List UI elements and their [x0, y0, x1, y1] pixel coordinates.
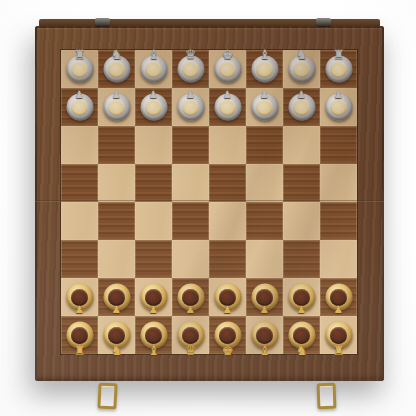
bishop-icon: ♝ [148, 344, 160, 357]
piece-black-bishop[interactable]: ♝ [140, 56, 167, 83]
black-piece-disc [256, 61, 273, 78]
square-h4[interactable] [320, 202, 357, 240]
square-h8[interactable]: ♜ [320, 50, 357, 88]
rook-icon: ♜ [74, 344, 86, 357]
square-c5[interactable] [135, 164, 172, 202]
square-a1[interactable]: ♜ [61, 316, 98, 354]
piece-white-pawn[interactable]: ♟ [177, 284, 204, 311]
square-a4[interactable] [61, 202, 98, 240]
pawn-icon: ♟ [297, 90, 306, 100]
pawn-icon: ♟ [334, 305, 343, 315]
piece-white-pawn[interactable]: ♟ [66, 284, 93, 311]
piece-white-pawn[interactable]: ♟ [140, 284, 167, 311]
square-e5[interactable] [209, 164, 246, 202]
knight-icon: ♞ [296, 48, 308, 61]
square-b8[interactable]: ♞ [98, 50, 135, 88]
square-b3[interactable] [98, 240, 135, 278]
square-b4[interactable] [98, 202, 135, 240]
piece-white-bishop[interactable]: ♝ [140, 322, 167, 349]
square-h1[interactable]: ♜ [320, 316, 357, 354]
pawn-icon: ♟ [75, 90, 84, 100]
square-d1[interactable]: ♛ [172, 316, 209, 354]
piece-black-queen[interactable]: ♛ [177, 56, 204, 83]
black-piece-disc [71, 99, 88, 116]
square-h3[interactable] [320, 240, 357, 278]
knight-icon: ♞ [296, 344, 308, 357]
black-piece-disc [182, 61, 199, 78]
square-f6[interactable] [246, 126, 283, 164]
square-h2[interactable]: ♟ [320, 278, 357, 316]
square-a6[interactable] [61, 126, 98, 164]
bishop-icon: ♝ [148, 48, 160, 61]
bishop-icon: ♝ [259, 48, 271, 61]
pawn-icon: ♟ [112, 90, 121, 100]
square-f5[interactable] [246, 164, 283, 202]
knight-icon: ♞ [111, 48, 123, 61]
piece-black-rook[interactable]: ♜ [325, 56, 352, 83]
square-f8[interactable]: ♝ [246, 50, 283, 88]
square-a8[interactable]: ♜ [61, 50, 98, 88]
black-piece-disc [108, 61, 125, 78]
pawn-icon: ♟ [186, 90, 195, 100]
square-d8[interactable]: ♛ [172, 50, 209, 88]
piece-black-knight[interactable]: ♞ [103, 56, 130, 83]
pawn-icon: ♟ [223, 90, 232, 100]
queen-icon: ♛ [185, 48, 197, 61]
pawn-icon: ♟ [186, 305, 195, 315]
bishop-icon: ♝ [259, 344, 271, 357]
square-f7[interactable]: ♟ [246, 88, 283, 126]
square-g1[interactable]: ♞ [283, 316, 320, 354]
white-piece-disc [182, 327, 199, 344]
black-piece-disc [108, 99, 125, 116]
black-piece-disc [330, 61, 347, 78]
pawn-icon: ♟ [112, 305, 121, 315]
square-b1[interactable]: ♞ [98, 316, 135, 354]
square-b5[interactable] [98, 164, 135, 202]
piece-white-pawn[interactable]: ♟ [251, 284, 278, 311]
square-a7[interactable]: ♟ [61, 88, 98, 126]
square-e4[interactable] [209, 202, 246, 240]
square-h5[interactable] [320, 164, 357, 202]
pawn-icon: ♟ [297, 305, 306, 315]
piece-black-pawn[interactable]: ♟ [214, 94, 241, 121]
square-e1[interactable]: ♚ [209, 316, 246, 354]
piece-white-king[interactable]: ♚ [214, 322, 241, 349]
square-g5[interactable] [283, 164, 320, 202]
knight-icon: ♞ [111, 344, 123, 357]
black-piece-disc [71, 61, 88, 78]
square-c6[interactable] [135, 126, 172, 164]
piece-white-rook[interactable]: ♜ [325, 322, 352, 349]
piece-white-knight[interactable]: ♞ [288, 322, 315, 349]
black-piece-disc [219, 61, 236, 78]
king-icon: ♚ [222, 48, 234, 61]
photo-scene: ♜♞♝♛♚♝♞♜♟♟♟♟♟♟♟♟♟♟♟♟♟♟♟♟♜♞♝♛♚♝♞♜ [0, 0, 416, 416]
square-c1[interactable]: ♝ [135, 316, 172, 354]
square-e7[interactable]: ♟ [209, 88, 246, 126]
piece-black-pawn[interactable]: ♟ [66, 94, 93, 121]
pawn-icon: ♟ [149, 90, 158, 100]
clasp-icon-right [317, 383, 337, 410]
piece-black-knight[interactable]: ♞ [288, 56, 315, 83]
white-piece-disc [330, 327, 347, 344]
black-piece-disc [293, 61, 310, 78]
board: ♜♞♝♛♚♝♞♜♟♟♟♟♟♟♟♟♟♟♟♟♟♟♟♟♜♞♝♛♚♝♞♜ [61, 50, 357, 354]
piece-white-pawn[interactable]: ♟ [214, 284, 241, 311]
white-piece-disc [256, 327, 273, 344]
square-c2[interactable]: ♟ [135, 278, 172, 316]
square-a3[interactable] [61, 240, 98, 278]
square-g3[interactable] [283, 240, 320, 278]
square-d7[interactable]: ♟ [172, 88, 209, 126]
square-g8[interactable]: ♞ [283, 50, 320, 88]
white-piece-disc [108, 327, 125, 344]
square-b7[interactable]: ♟ [98, 88, 135, 126]
rook-icon: ♜ [333, 344, 345, 357]
hinge-icon-right [316, 18, 331, 26]
square-g6[interactable] [283, 126, 320, 164]
square-g4[interactable] [283, 202, 320, 240]
piece-black-pawn[interactable]: ♟ [325, 94, 352, 121]
square-e3[interactable] [209, 240, 246, 278]
pawn-icon: ♟ [334, 90, 343, 100]
square-f4[interactable] [246, 202, 283, 240]
square-e8[interactable]: ♚ [209, 50, 246, 88]
pawn-icon: ♟ [260, 90, 269, 100]
rook-icon: ♜ [74, 48, 86, 61]
white-piece-disc [71, 327, 88, 344]
square-e6[interactable] [209, 126, 246, 164]
piece-black-pawn[interactable]: ♟ [177, 94, 204, 121]
pawn-icon: ♟ [75, 305, 84, 315]
square-c3[interactable] [135, 240, 172, 278]
piece-white-bishop[interactable]: ♝ [251, 322, 278, 349]
square-a5[interactable] [61, 164, 98, 202]
square-d3[interactable] [172, 240, 209, 278]
square-c4[interactable] [135, 202, 172, 240]
square-d6[interactable] [172, 126, 209, 164]
square-c7[interactable]: ♟ [135, 88, 172, 126]
pawn-icon: ♟ [223, 305, 232, 315]
piece-white-pawn[interactable]: ♟ [103, 284, 130, 311]
black-piece-disc [293, 99, 310, 116]
piece-white-pawn[interactable]: ♟ [325, 284, 352, 311]
piece-white-pawn[interactable]: ♟ [288, 284, 315, 311]
piece-black-pawn[interactable]: ♟ [288, 94, 315, 121]
square-d5[interactable] [172, 164, 209, 202]
piece-white-knight[interactable]: ♞ [103, 322, 130, 349]
hinge-icon-left [95, 18, 110, 26]
square-c8[interactable]: ♝ [135, 50, 172, 88]
piece-white-queen[interactable]: ♛ [177, 322, 204, 349]
square-a2[interactable]: ♟ [61, 278, 98, 316]
black-piece-disc [330, 99, 347, 116]
square-g7[interactable]: ♟ [283, 88, 320, 126]
piece-black-pawn[interactable]: ♟ [140, 94, 167, 121]
black-piece-disc [145, 61, 162, 78]
square-f1[interactable]: ♝ [246, 316, 283, 354]
square-b2[interactable]: ♟ [98, 278, 135, 316]
square-g2[interactable]: ♟ [283, 278, 320, 316]
queen-icon: ♛ [185, 344, 197, 357]
square-d4[interactable] [172, 202, 209, 240]
clasp-icon-left [97, 383, 117, 410]
square-f3[interactable] [246, 240, 283, 278]
square-e2[interactable]: ♟ [209, 278, 246, 316]
square-b6[interactable] [98, 126, 135, 164]
piece-black-pawn[interactable]: ♟ [251, 94, 278, 121]
square-d2[interactable]: ♟ [172, 278, 209, 316]
rook-icon: ♜ [333, 48, 345, 61]
king-icon: ♚ [222, 344, 234, 357]
pawn-icon: ♟ [260, 305, 269, 315]
piece-black-pawn[interactable]: ♟ [103, 94, 130, 121]
black-piece-disc [256, 99, 273, 116]
white-piece-disc [145, 327, 162, 344]
black-piece-disc [182, 99, 199, 116]
piece-black-king[interactable]: ♚ [214, 56, 241, 83]
folding-chess-box: ♜♞♝♛♚♝♞♜♟♟♟♟♟♟♟♟♟♟♟♟♟♟♟♟♜♞♝♛♚♝♞♜ [35, 26, 384, 381]
white-piece-disc [219, 327, 236, 344]
piece-white-rook[interactable]: ♜ [66, 322, 93, 349]
pawn-icon: ♟ [149, 305, 158, 315]
black-piece-disc [145, 99, 162, 116]
piece-black-bishop[interactable]: ♝ [251, 56, 278, 83]
piece-black-rook[interactable]: ♜ [66, 56, 93, 83]
square-f2[interactable]: ♟ [246, 278, 283, 316]
white-piece-disc [293, 327, 310, 344]
square-h6[interactable] [320, 126, 357, 164]
square-h7[interactable]: ♟ [320, 88, 357, 126]
black-piece-disc [219, 99, 236, 116]
